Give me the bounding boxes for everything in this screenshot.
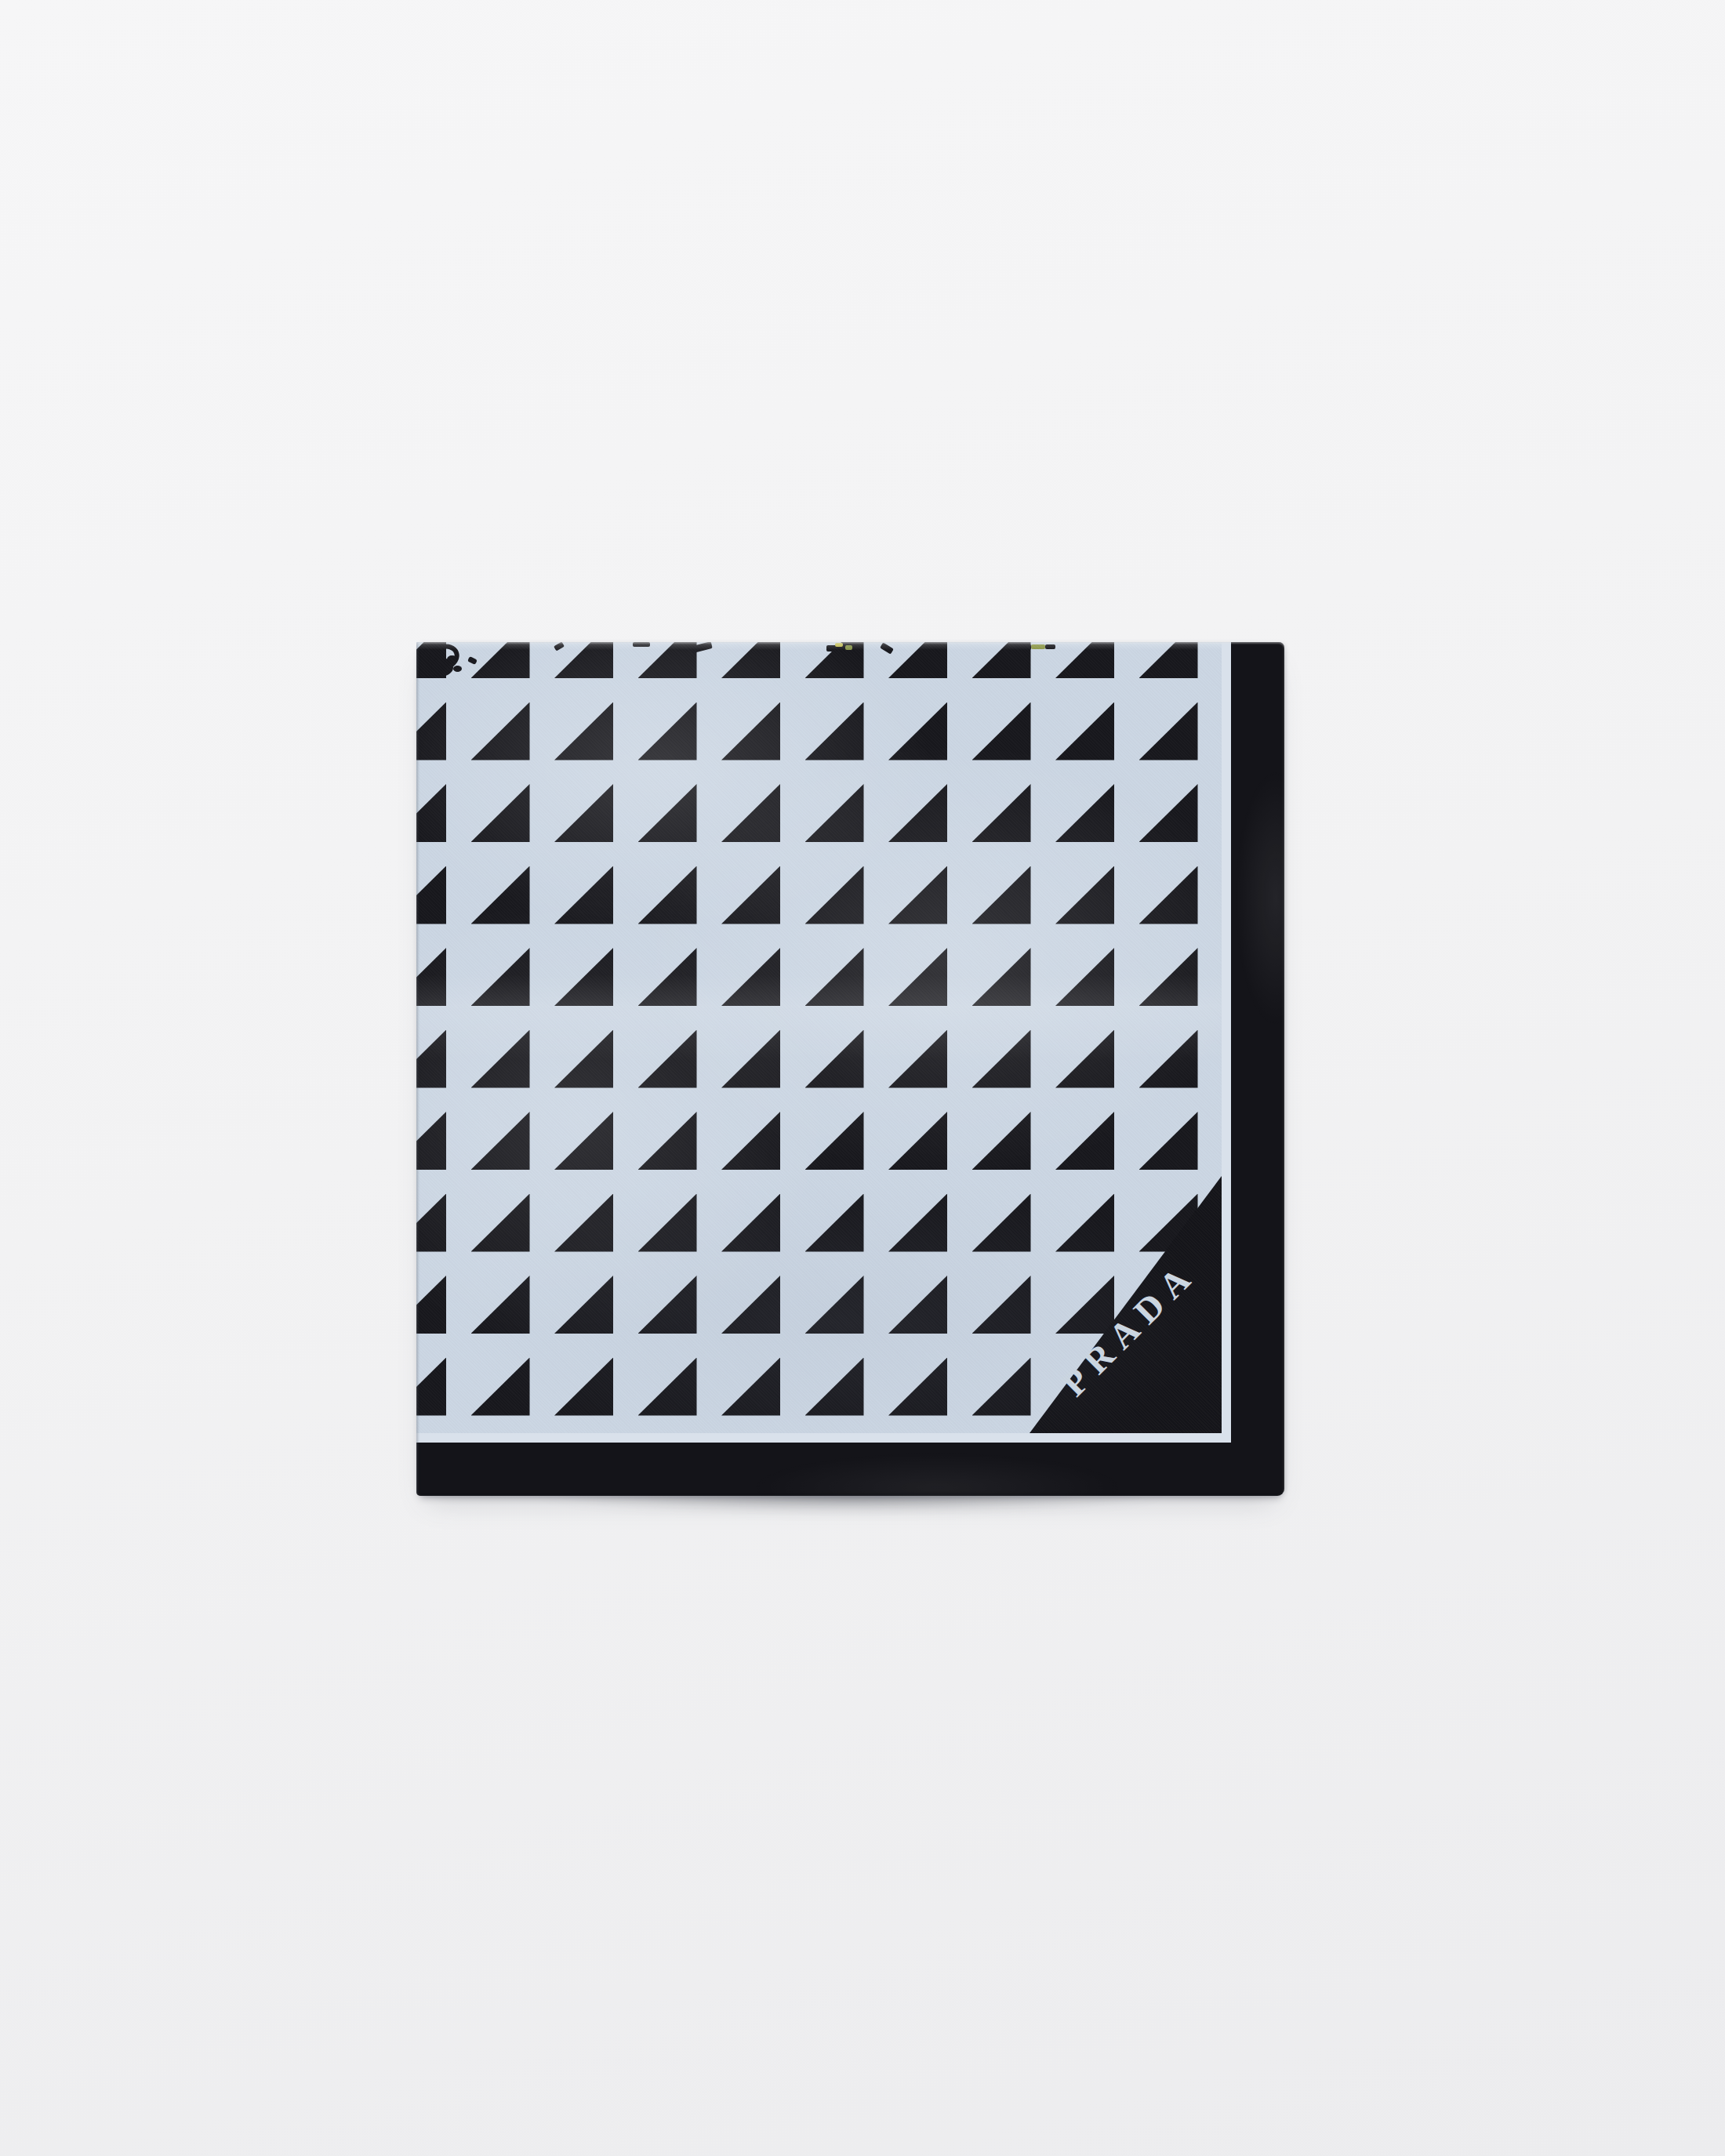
pattern-cell: [619, 1010, 703, 1092]
pattern-cell: [870, 1010, 954, 1092]
inner-line-bottom: [416, 1433, 1231, 1443]
pattern-cell: [536, 846, 620, 928]
black-triangle: [416, 702, 446, 760]
pattern-cell: [786, 1092, 870, 1174]
pattern-cell: [536, 1338, 620, 1420]
fold-print-mark: [467, 656, 478, 665]
black-triangle: [471, 1358, 530, 1416]
black-triangle: [416, 1030, 446, 1088]
pattern-cell: [870, 1338, 954, 1420]
pattern-cell: [452, 1010, 536, 1092]
pattern-cell: [1120, 764, 1204, 847]
pattern-cell: [619, 1338, 703, 1420]
black-triangle: [554, 1030, 613, 1088]
black-triangle: [888, 784, 947, 842]
black-triangle: [805, 784, 864, 842]
scarf: PRADA: [416, 642, 1284, 1496]
black-triangle: [972, 784, 1031, 842]
fold-print-mark: [1045, 644, 1055, 649]
pattern-cell: [1037, 928, 1121, 1011]
black-triangle: [471, 784, 530, 842]
black-triangle: [1139, 948, 1198, 1006]
pattern-cell: [786, 1010, 870, 1092]
pattern-cell: [953, 846, 1037, 928]
black-triangle: [554, 702, 613, 760]
black-triangle: [416, 866, 446, 924]
black-triangle: [638, 948, 697, 1006]
black-triangle: [1055, 1030, 1114, 1088]
black-triangle: [805, 866, 864, 924]
pattern-cell: [452, 846, 536, 928]
black-triangle: [1139, 866, 1198, 924]
black-triangle: [888, 1276, 947, 1334]
black-triangle: [721, 1030, 780, 1088]
fold-print-speck-green: [1031, 644, 1045, 649]
fold-print-speck-green: [845, 645, 852, 650]
black-triangle: [416, 784, 446, 842]
fold-print-mark: [554, 642, 565, 652]
black-triangle: [972, 1194, 1031, 1252]
black-triangle: [471, 948, 530, 1006]
fold-print-mark: [416, 652, 420, 659]
pattern-cell: [1120, 846, 1204, 928]
pattern-cell: [953, 764, 1037, 847]
pattern-cell: [953, 1092, 1037, 1174]
fold-print-speck-yellow: [835, 643, 843, 647]
fold-print-mark: [447, 655, 457, 663]
black-triangle: [972, 866, 1031, 924]
fold-print-mark: [1007, 644, 1031, 650]
pattern-cell: [786, 846, 870, 928]
pattern-cell: [619, 928, 703, 1011]
black-triangle: [721, 1358, 780, 1416]
pattern-cell: [953, 1010, 1037, 1092]
pattern-cell: [703, 1256, 787, 1338]
black-triangle: [805, 948, 864, 1006]
black-triangle: [888, 702, 947, 760]
pattern-cell: [1120, 1092, 1204, 1174]
black-triangle: [805, 1276, 864, 1334]
pattern-cell: [416, 928, 452, 1011]
pattern-cell: [1037, 1174, 1121, 1256]
pattern-cell: [1037, 764, 1121, 847]
pattern-cell: [1120, 928, 1204, 1011]
pattern-cell: [703, 1338, 787, 1420]
black-triangle: [888, 1358, 947, 1416]
pattern-cell: [786, 928, 870, 1011]
black-triangle: [471, 1112, 530, 1170]
black-triangle: [805, 1112, 864, 1170]
pattern-cell: [703, 1010, 787, 1092]
pattern-cell: [416, 1010, 452, 1092]
black-triangle: [721, 1112, 780, 1170]
black-triangle: [805, 1358, 864, 1416]
pattern-cell: [786, 1256, 870, 1338]
pattern-cell: [619, 1174, 703, 1256]
black-triangle: [1055, 866, 1114, 924]
pattern-cell: [536, 1010, 620, 1092]
pattern-cell: [1037, 846, 1121, 928]
black-triangle: [888, 1030, 947, 1088]
black-triangle: [972, 948, 1031, 1006]
black-triangle: [1055, 1194, 1114, 1252]
pattern-cell: [953, 1256, 1037, 1338]
black-triangle: [554, 866, 613, 924]
pattern-cell: [452, 1092, 536, 1174]
black-triangle: [416, 1358, 446, 1416]
black-triangle: [972, 1358, 1031, 1416]
black-triangle: [721, 1276, 780, 1334]
triangle-grid: [416, 642, 1204, 1420]
black-triangle: [1055, 948, 1114, 1006]
pattern-cell: [452, 1256, 536, 1338]
black-triangle: [1139, 784, 1198, 842]
black-triangle: [1055, 702, 1114, 760]
pattern-cell: [703, 1174, 787, 1256]
black-triangle: [805, 1194, 864, 1252]
black-triangle: [416, 948, 446, 1006]
black-triangle: [1055, 1112, 1114, 1170]
black-triangle: [471, 1030, 530, 1088]
pattern-cell: [452, 764, 536, 847]
pattern-cell: [1120, 1010, 1204, 1092]
black-triangle: [721, 702, 780, 760]
pattern-cell: [703, 928, 787, 1011]
black-triangle: [1139, 1112, 1198, 1170]
black-triangle: [972, 1276, 1031, 1334]
pattern-cell: [619, 764, 703, 847]
pattern-cell: [416, 764, 452, 847]
black-triangle: [805, 1030, 864, 1088]
black-triangle: [638, 1030, 697, 1088]
pattern-cell: [870, 1092, 954, 1174]
black-triangle: [638, 702, 697, 760]
fold-print-mark: [880, 642, 894, 654]
fold-print-mark: [633, 642, 650, 647]
pattern-cell: [536, 1092, 620, 1174]
black-triangle: [888, 948, 947, 1006]
page: { "scene": { "type": "studio product pho…: [0, 0, 1725, 2156]
pattern-cell: [452, 928, 536, 1011]
pattern-field: PRADA: [416, 642, 1222, 1433]
black-triangle: [721, 866, 780, 924]
black-triangle: [416, 1112, 446, 1170]
black-triangle: [721, 948, 780, 1006]
pattern-cell: [703, 846, 787, 928]
black-triangle: [471, 866, 530, 924]
black-triangle: [638, 1358, 697, 1416]
pattern-cell: [536, 764, 620, 847]
pattern-cell: [870, 1256, 954, 1338]
pattern-cell: [870, 764, 954, 847]
black-triangle: [416, 1276, 446, 1334]
pattern-cell: [416, 1256, 452, 1338]
black-triangle: [1055, 784, 1114, 842]
pattern-cell: [619, 1256, 703, 1338]
pattern-cell: [416, 1092, 452, 1174]
pattern-cell: [703, 764, 787, 847]
pattern-cell: [536, 928, 620, 1011]
fold-print-mark: [680, 645, 689, 649]
pattern-cell: [619, 1092, 703, 1174]
pattern-cell: [416, 846, 452, 928]
black-triangle: [638, 866, 697, 924]
black-triangle: [888, 1112, 947, 1170]
black-triangle: [471, 1276, 530, 1334]
pattern-cell: [452, 1174, 536, 1256]
pattern-cell: [416, 1338, 452, 1420]
pattern-cell: [786, 1174, 870, 1256]
pattern-cell: [1037, 1010, 1121, 1092]
black-triangle: [416, 1194, 446, 1252]
black-triangle: [1139, 1030, 1198, 1088]
pattern-cell: [953, 928, 1037, 1011]
black-triangle: [471, 702, 530, 760]
pattern-cell: [1037, 1092, 1121, 1174]
black-triangle: [554, 1194, 613, 1252]
black-triangle: [805, 702, 864, 760]
black-triangle: [554, 1276, 613, 1334]
fold-print-strip: [416, 642, 1222, 699]
black-triangle: [972, 702, 1031, 760]
fold-print-mark: [692, 642, 712, 653]
pattern-cell: [870, 1174, 954, 1256]
black-triangle: [638, 784, 697, 842]
black-triangle: [721, 1194, 780, 1252]
black-triangle: [638, 1276, 697, 1334]
black-triangle: [638, 1112, 697, 1170]
black-triangle: [972, 1112, 1031, 1170]
pattern-cell: [703, 1092, 787, 1174]
black-triangle: [972, 1030, 1031, 1088]
black-triangle: [471, 1194, 530, 1252]
inner-line-right: [1222, 642, 1231, 1443]
pattern-cell: [786, 1338, 870, 1420]
pattern-cell: [619, 846, 703, 928]
pattern-cell: [870, 846, 954, 928]
black-triangle: [888, 1194, 947, 1252]
pattern-cell: [786, 764, 870, 847]
black-triangle: [721, 784, 780, 842]
black-triangle: [554, 1112, 613, 1170]
pattern-cell: [953, 1174, 1037, 1256]
pattern-cell: [416, 1174, 452, 1256]
black-triangle: [638, 1194, 697, 1252]
fold-print-mark: [453, 666, 462, 672]
black-triangle: [1139, 702, 1198, 760]
pattern-cell: [870, 928, 954, 1011]
black-triangle: [554, 1358, 613, 1416]
black-triangle: [888, 866, 947, 924]
black-triangle: [554, 784, 613, 842]
pattern-cell: [536, 1256, 620, 1338]
pattern-cell: [452, 1338, 536, 1420]
pattern-cell: [536, 1174, 620, 1256]
black-triangle: [554, 948, 613, 1006]
